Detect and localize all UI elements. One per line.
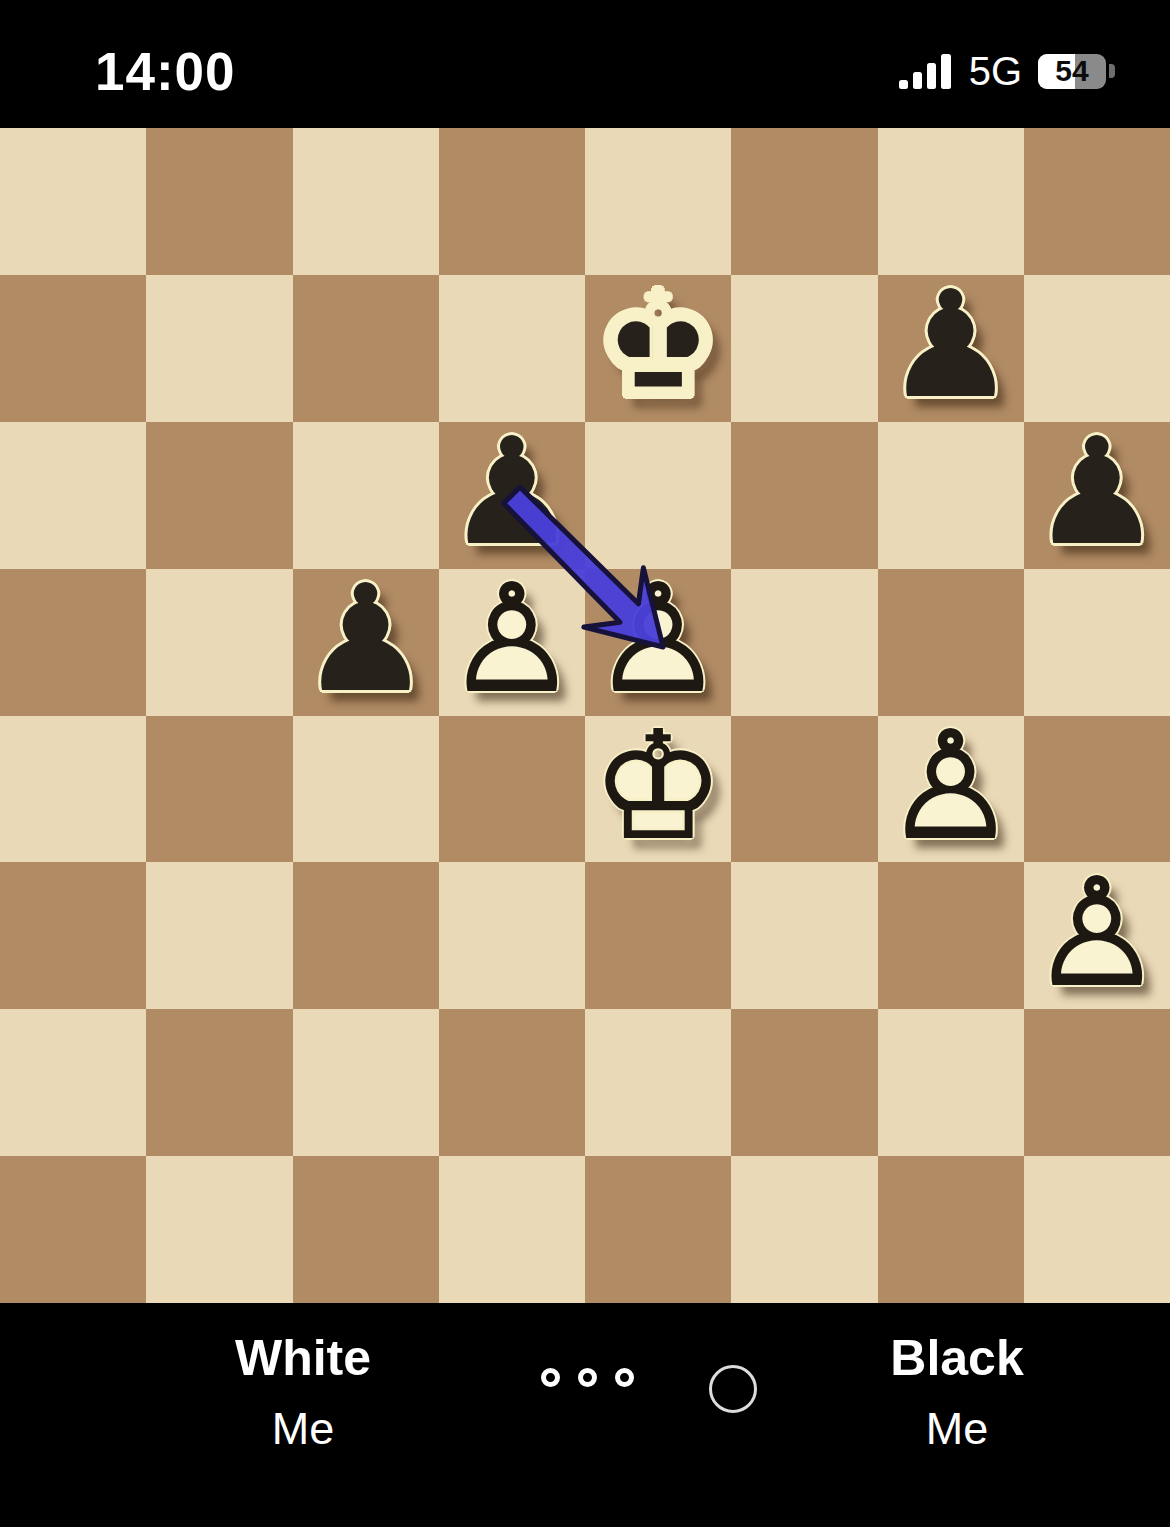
board-area: ♚♔♟♟♟♟♟♙♟♙♚♔♟♙♟♙ bbox=[0, 128, 1170, 1303]
battery-cap bbox=[1109, 64, 1115, 78]
square-a7[interactable] bbox=[0, 275, 146, 422]
square-c7[interactable] bbox=[293, 275, 439, 422]
page-dot[interactable] bbox=[541, 1368, 560, 1387]
page-dots bbox=[541, 1368, 634, 1387]
square-f3[interactable] bbox=[731, 862, 877, 1009]
square-e5[interactable]: ♟♙ bbox=[585, 569, 731, 716]
square-e8[interactable] bbox=[585, 128, 731, 275]
square-a6[interactable] bbox=[0, 422, 146, 569]
square-a4[interactable] bbox=[0, 716, 146, 863]
square-f1[interactable] bbox=[731, 1156, 877, 1303]
square-h7[interactable] bbox=[1024, 275, 1170, 422]
white-player-name: Me bbox=[103, 1403, 503, 1455]
white-player-title: White bbox=[103, 1329, 503, 1387]
square-e7[interactable]: ♚♔ bbox=[585, 275, 731, 422]
square-e6[interactable] bbox=[585, 422, 731, 569]
square-g6[interactable] bbox=[878, 422, 1024, 569]
square-c8[interactable] bbox=[293, 128, 439, 275]
battery-percent: 54 bbox=[1038, 54, 1106, 89]
status-bar: 14:00 5G 54 bbox=[0, 0, 1170, 128]
square-g8[interactable] bbox=[878, 128, 1024, 275]
square-a2[interactable] bbox=[0, 1009, 146, 1156]
page-dot[interactable] bbox=[615, 1368, 634, 1387]
square-f2[interactable] bbox=[731, 1009, 877, 1156]
square-f6[interactable] bbox=[731, 422, 877, 569]
square-d8[interactable] bbox=[439, 128, 585, 275]
square-d3[interactable] bbox=[439, 862, 585, 1009]
chess-board: ♚♔♟♟♟♟♟♙♟♙♚♔♟♙♟♙ bbox=[0, 128, 1170, 1303]
square-h6[interactable]: ♟ bbox=[1024, 422, 1170, 569]
square-g3[interactable] bbox=[878, 862, 1024, 1009]
square-a5[interactable] bbox=[0, 569, 146, 716]
circle-button[interactable] bbox=[709, 1365, 757, 1413]
piece-black-pawn[interactable]: ♟ bbox=[1024, 422, 1170, 569]
square-d1[interactable] bbox=[439, 1156, 585, 1303]
square-e2[interactable] bbox=[585, 1009, 731, 1156]
square-h1[interactable] bbox=[1024, 1156, 1170, 1303]
square-h8[interactable] bbox=[1024, 128, 1170, 275]
clock-time: 14:00 bbox=[95, 41, 236, 102]
phone-screen: 14:00 5G 54 ♚♔♟♟♟♟♟♙♟♙♚♔♟♙♟♙ Whi bbox=[0, 0, 1170, 1527]
piece-white-king[interactable]: ♚♔ bbox=[585, 716, 731, 863]
black-player-info: Black Me bbox=[757, 1329, 1157, 1455]
square-h4[interactable] bbox=[1024, 716, 1170, 863]
footer-bar: White Me Black Me bbox=[0, 1303, 1170, 1527]
square-g2[interactable] bbox=[878, 1009, 1024, 1156]
square-b1[interactable] bbox=[146, 1156, 292, 1303]
square-f5[interactable] bbox=[731, 569, 877, 716]
piece-black-pawn[interactable]: ♟ bbox=[293, 569, 439, 716]
square-d4[interactable] bbox=[439, 716, 585, 863]
status-icons: 5G 54 bbox=[899, 49, 1115, 94]
square-b2[interactable] bbox=[146, 1009, 292, 1156]
piece-black-king[interactable]: ♚♔ bbox=[585, 275, 731, 422]
network-type-label: 5G bbox=[969, 49, 1022, 94]
square-e1[interactable] bbox=[585, 1156, 731, 1303]
piece-white-pawn[interactable]: ♟♙ bbox=[585, 569, 731, 716]
square-h2[interactable] bbox=[1024, 1009, 1170, 1156]
square-b6[interactable] bbox=[146, 422, 292, 569]
square-c6[interactable] bbox=[293, 422, 439, 569]
square-d7[interactable] bbox=[439, 275, 585, 422]
black-player-title: Black bbox=[757, 1329, 1157, 1387]
square-g4[interactable]: ♟♙ bbox=[878, 716, 1024, 863]
square-e3[interactable] bbox=[585, 862, 731, 1009]
square-b5[interactable] bbox=[146, 569, 292, 716]
white-player-info: White Me bbox=[103, 1329, 503, 1455]
square-d5[interactable]: ♟♙ bbox=[439, 569, 585, 716]
square-c3[interactable] bbox=[293, 862, 439, 1009]
black-player-name: Me bbox=[757, 1403, 1157, 1455]
piece-white-pawn[interactable]: ♟♙ bbox=[878, 716, 1024, 863]
page-dot[interactable] bbox=[578, 1368, 597, 1387]
piece-black-pawn[interactable]: ♟ bbox=[878, 275, 1024, 422]
square-d2[interactable] bbox=[439, 1009, 585, 1156]
square-e4[interactable]: ♚♔ bbox=[585, 716, 731, 863]
square-f4[interactable] bbox=[731, 716, 877, 863]
square-c1[interactable] bbox=[293, 1156, 439, 1303]
square-f8[interactable] bbox=[731, 128, 877, 275]
square-b8[interactable] bbox=[146, 128, 292, 275]
square-c4[interactable] bbox=[293, 716, 439, 863]
square-h3[interactable]: ♟♙ bbox=[1024, 862, 1170, 1009]
square-b3[interactable] bbox=[146, 862, 292, 1009]
square-b4[interactable] bbox=[146, 716, 292, 863]
square-g7[interactable]: ♟ bbox=[878, 275, 1024, 422]
square-c2[interactable] bbox=[293, 1009, 439, 1156]
battery-icon: 54 bbox=[1038, 54, 1115, 89]
square-b7[interactable] bbox=[146, 275, 292, 422]
square-f7[interactable] bbox=[731, 275, 877, 422]
square-d6[interactable]: ♟ bbox=[439, 422, 585, 569]
square-h5[interactable] bbox=[1024, 569, 1170, 716]
square-g5[interactable] bbox=[878, 569, 1024, 716]
square-a3[interactable] bbox=[0, 862, 146, 1009]
piece-white-pawn[interactable]: ♟♙ bbox=[439, 569, 585, 716]
square-g1[interactable] bbox=[878, 1156, 1024, 1303]
square-a1[interactable] bbox=[0, 1156, 146, 1303]
square-c5[interactable]: ♟ bbox=[293, 569, 439, 716]
piece-black-pawn[interactable]: ♟ bbox=[439, 422, 585, 569]
signal-strength-icon bbox=[899, 53, 953, 89]
square-a8[interactable] bbox=[0, 128, 146, 275]
piece-white-pawn[interactable]: ♟♙ bbox=[1024, 862, 1170, 1009]
